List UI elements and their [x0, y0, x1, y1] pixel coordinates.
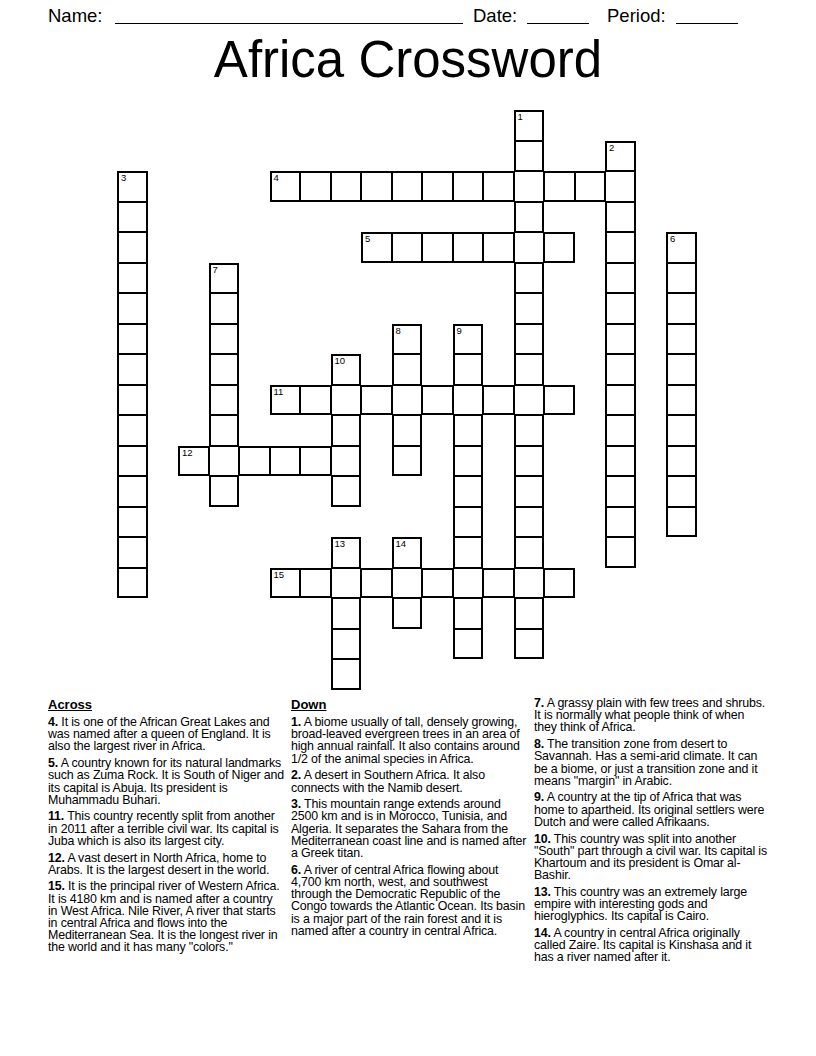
- grid-cell[interactable]: [453, 415, 484, 446]
- grid-cell[interactable]: [117, 263, 148, 294]
- grid-cell[interactable]: [453, 354, 484, 385]
- clue-number: 2: [609, 143, 614, 153]
- grid-cell[interactable]: [392, 385, 423, 416]
- grid-cell[interactable]: 12: [178, 446, 209, 477]
- grid-cell[interactable]: [117, 324, 148, 355]
- crossword-grid: 123456789101112131415: [117, 110, 697, 690]
- grid-cell[interactable]: [209, 476, 240, 507]
- grid-cell[interactable]: [605, 171, 636, 202]
- grid-cell[interactable]: [422, 385, 453, 416]
- clue-number: 15: [274, 570, 285, 580]
- grid-cell[interactable]: 14: [392, 537, 423, 568]
- clue-number: 14: [396, 539, 407, 549]
- grid-cell[interactable]: [270, 446, 301, 477]
- grid-cell[interactable]: [605, 324, 636, 355]
- date-blank-line: [527, 8, 589, 24]
- grid-cell[interactable]: [605, 476, 636, 507]
- grid-cell[interactable]: 4: [270, 171, 301, 202]
- period-blank-line: [676, 8, 738, 24]
- name-label: Name:: [48, 5, 103, 26]
- clue-12-across: 12. A vast desert in North Africa, home …: [48, 852, 284, 876]
- clue-number: 1: [518, 112, 523, 122]
- grid-cell[interactable]: 1: [514, 110, 545, 141]
- grid-cell[interactable]: [514, 263, 545, 294]
- grid-cell[interactable]: [605, 354, 636, 385]
- grid-cell[interactable]: [209, 415, 240, 446]
- grid-cell[interactable]: [331, 171, 362, 202]
- grid-cell[interactable]: [117, 446, 148, 477]
- grid-cell[interactable]: [422, 568, 453, 599]
- clue-5-across: 5. A country known for its natural landm…: [48, 757, 284, 806]
- grid-cell[interactable]: [209, 446, 240, 477]
- grid-cell[interactable]: [666, 324, 697, 355]
- down-clue-list-1: 1. A biome usually of tall, densely grow…: [291, 716, 527, 937]
- grid-cell[interactable]: [422, 232, 453, 263]
- grid-cell[interactable]: [117, 232, 148, 263]
- grid-cell[interactable]: [483, 568, 514, 599]
- clue-number: 6: [670, 234, 675, 244]
- grid-cell[interactable]: [117, 476, 148, 507]
- grid-cell[interactable]: [331, 629, 362, 660]
- date-field: Date:: [473, 5, 589, 27]
- clue-number: 11: [274, 387, 284, 397]
- grid-cell[interactable]: [392, 415, 423, 446]
- page-title: Africa Crossword: [0, 33, 816, 87]
- grid-cell[interactable]: [605, 263, 636, 294]
- grid-cell[interactable]: [544, 171, 575, 202]
- clue-11-across: 11. This country recently split from ano…: [48, 810, 284, 847]
- grid-cell[interactable]: [483, 171, 514, 202]
- clue-7-down: 7. A grassy plain with few trees and shr…: [534, 697, 770, 734]
- clue-15-across: 15. It is the principal river of Western…: [48, 880, 284, 953]
- grid-cell[interactable]: [514, 629, 545, 660]
- clue-number: 3: [121, 173, 126, 183]
- grid-cell[interactable]: [514, 171, 545, 202]
- grid-cell[interactable]: 3: [117, 171, 148, 202]
- grid-cell[interactable]: [666, 507, 697, 538]
- grid-cell[interactable]: [514, 476, 545, 507]
- grid-cell[interactable]: [453, 629, 484, 660]
- grid-cell[interactable]: [331, 476, 362, 507]
- grid-cell[interactable]: [453, 537, 484, 568]
- grid-cell[interactable]: [453, 385, 484, 416]
- grid-cell[interactable]: [117, 202, 148, 233]
- grid-cell[interactable]: [514, 293, 545, 324]
- clue-number: 9: [457, 326, 462, 336]
- grid-cell[interactable]: [453, 507, 484, 538]
- grid-cell[interactable]: [514, 232, 545, 263]
- name-blank-line: [115, 8, 463, 24]
- clue-3-down: 3. This mountain range extends around 25…: [291, 798, 527, 859]
- grid-cell[interactable]: [453, 598, 484, 629]
- clue-number: 12: [182, 448, 193, 458]
- clue-number: 5: [365, 234, 370, 244]
- grid-cell[interactable]: [666, 263, 697, 294]
- down-clues-column-1: Down 1. A biome usually of tall, densely…: [291, 697, 527, 968]
- grid-cell[interactable]: [117, 537, 148, 568]
- grid-cell[interactable]: [300, 171, 331, 202]
- grid-cell[interactable]: [605, 232, 636, 263]
- down-clues-column-2: 7. A grassy plain with few trees and shr…: [534, 697, 770, 968]
- grid-cell[interactable]: 10: [331, 354, 362, 385]
- grid-cell[interactable]: [514, 202, 545, 233]
- grid-cell[interactable]: [453, 171, 484, 202]
- grid-cell[interactable]: [453, 232, 484, 263]
- clue-number: 4: [274, 173, 279, 183]
- grid-cell[interactable]: 11: [270, 385, 301, 416]
- grid-cell[interactable]: [514, 598, 545, 629]
- grid-cell[interactable]: [331, 446, 362, 477]
- grid-cell[interactable]: [514, 446, 545, 477]
- grid-cell[interactable]: [331, 385, 362, 416]
- clue-number: 10: [335, 356, 346, 366]
- worksheet-page: Name: Date: Period: Africa Crossword 123…: [0, 0, 816, 1056]
- grid-cell[interactable]: [514, 415, 545, 446]
- clue-8-down: 8. The transition zone from desert to Sa…: [534, 738, 770, 787]
- grid-cell[interactable]: [666, 446, 697, 477]
- grid-cell[interactable]: [300, 446, 331, 477]
- down-heading: Down: [291, 697, 527, 712]
- grid-cell[interactable]: [453, 476, 484, 507]
- grid-cell[interactable]: [117, 507, 148, 538]
- grid-cell[interactable]: [544, 385, 575, 416]
- grid-cell[interactable]: [392, 232, 423, 263]
- name-field: Name:: [48, 5, 463, 27]
- clues-section: Across 4. It is one of the African Great…: [48, 697, 772, 968]
- grid-cell[interactable]: [514, 537, 545, 568]
- across-clues-column: Across 4. It is one of the African Great…: [48, 697, 284, 968]
- grid-cell[interactable]: [453, 446, 484, 477]
- grid-cell[interactable]: 5: [361, 232, 392, 263]
- grid-cell[interactable]: 2: [605, 141, 636, 172]
- clue-4-across: 4. It is one of the African Great Lakes …: [48, 716, 284, 753]
- period-label: Period:: [607, 5, 666, 26]
- grid-cell[interactable]: [514, 141, 545, 172]
- grid-cell[interactable]: [605, 385, 636, 416]
- clue-number: 7: [213, 265, 218, 275]
- clue-10-down: 10. This country was split into another …: [534, 833, 770, 882]
- grid-cell[interactable]: 8: [392, 324, 423, 355]
- grid-cell[interactable]: [666, 385, 697, 416]
- clue-13-down: 13. This country was an extremely large …: [534, 886, 770, 923]
- grid-cell[interactable]: [392, 598, 423, 629]
- grid-cell[interactable]: [361, 171, 392, 202]
- grid-cell[interactable]: [392, 446, 423, 477]
- clue-2-down: 2. A desert in Southern Africa. It also …: [291, 769, 527, 793]
- grid-cell[interactable]: [361, 568, 392, 599]
- grid-cell[interactable]: [666, 354, 697, 385]
- clue-number: 8: [396, 326, 401, 336]
- grid-cell[interactable]: [300, 385, 331, 416]
- grid-cell[interactable]: [605, 507, 636, 538]
- grid-cell[interactable]: [514, 568, 545, 599]
- clue-1-down: 1. A biome usually of tall, densely grow…: [291, 716, 527, 765]
- grid-cell[interactable]: [605, 415, 636, 446]
- grid-cell[interactable]: [392, 171, 423, 202]
- grid-cell[interactable]: [666, 293, 697, 324]
- grid-cell[interactable]: [117, 385, 148, 416]
- across-heading: Across: [48, 697, 284, 712]
- grid-cell[interactable]: [544, 568, 575, 599]
- grid-cell[interactable]: [300, 568, 331, 599]
- clue-number: 13: [335, 539, 346, 549]
- across-clue-list: 4. It is one of the African Great Lakes …: [48, 716, 284, 954]
- grid-cell[interactable]: [514, 354, 545, 385]
- grid-cell[interactable]: [575, 171, 606, 202]
- grid-cell[interactable]: [331, 568, 362, 599]
- grid-cell[interactable]: [117, 415, 148, 446]
- grid-cell[interactable]: [331, 598, 362, 629]
- grid-cell[interactable]: [361, 385, 392, 416]
- grid-cell[interactable]: [422, 171, 453, 202]
- grid-cell[interactable]: [666, 476, 697, 507]
- date-label: Date:: [473, 5, 517, 26]
- grid-cell[interactable]: [605, 293, 636, 324]
- grid-cell[interactable]: [483, 232, 514, 263]
- grid-cell[interactable]: [392, 354, 423, 385]
- clue-9-down: 9. A country at the tip of Africa that w…: [534, 791, 770, 828]
- grid-cell[interactable]: [514, 385, 545, 416]
- grid-cell[interactable]: [392, 568, 423, 599]
- grid-cell[interactable]: [117, 568, 148, 599]
- grid-cell[interactable]: [117, 293, 148, 324]
- grid-cell[interactable]: [483, 385, 514, 416]
- grid-cell[interactable]: 7: [209, 263, 240, 294]
- grid-cell[interactable]: [514, 507, 545, 538]
- grid-cell[interactable]: [209, 354, 240, 385]
- down-clue-list-2: 7. A grassy plain with few trees and shr…: [534, 697, 770, 964]
- grid-cell[interactable]: [544, 232, 575, 263]
- grid-cell[interactable]: [209, 324, 240, 355]
- grid-cell[interactable]: [605, 202, 636, 233]
- grid-cell[interactable]: [209, 385, 240, 416]
- grid-cell[interactable]: [605, 446, 636, 477]
- grid-cell[interactable]: [331, 415, 362, 446]
- period-field: Period:: [607, 5, 738, 27]
- grid-cell[interactable]: [666, 415, 697, 446]
- grid-cell[interactable]: [239, 446, 270, 477]
- grid-cell[interactable]: [331, 659, 362, 690]
- grid-cell[interactable]: 6: [666, 232, 697, 263]
- grid-cell[interactable]: [605, 537, 636, 568]
- clue-6-down: 6. A river of central Africa flowing abo…: [291, 864, 527, 937]
- grid-cell[interactable]: [453, 568, 484, 599]
- grid-cell[interactable]: [514, 324, 545, 355]
- grid-cell[interactable]: [117, 354, 148, 385]
- grid-cell[interactable]: 9: [453, 324, 484, 355]
- clue-14-down: 14. A country in central Africa original…: [534, 927, 770, 964]
- grid-cell[interactable]: 15: [270, 568, 301, 599]
- grid-cell[interactable]: 13: [331, 537, 362, 568]
- grid-cell[interactable]: [209, 293, 240, 324]
